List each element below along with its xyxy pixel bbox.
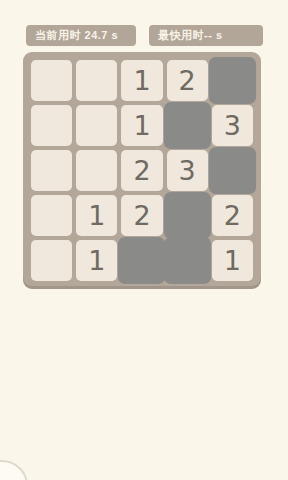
cell-r3c3[interactable]: 2	[121, 150, 162, 191]
cell-r4c4-filled[interactable]	[164, 192, 211, 239]
cell-r2c1[interactable]	[31, 105, 72, 146]
cell-r5c1[interactable]	[31, 240, 72, 281]
cell-r3c2[interactable]	[76, 150, 117, 191]
cell-r4c1[interactable]	[31, 195, 72, 236]
cell-r1c2[interactable]	[76, 60, 117, 101]
cell-r2c4-filled[interactable]	[164, 102, 211, 149]
cell-r5c4-filled[interactable]	[164, 237, 211, 284]
corner-button-partial[interactable]	[0, 460, 28, 480]
puzzle-board-frame: 12132312211	[23, 52, 261, 289]
game-screen: 当前用时 24.7 s 最快用时-- s 12132312211	[0, 0, 288, 480]
cell-r4c2[interactable]: 1	[76, 195, 117, 236]
cell-r4c3[interactable]: 2	[121, 195, 162, 236]
current-time-badge: 当前用时 24.7 s	[26, 25, 136, 46]
cell-r2c5[interactable]: 3	[212, 105, 253, 146]
cell-r1c3[interactable]: 1	[121, 60, 162, 101]
cell-r2c2[interactable]	[76, 105, 117, 146]
cell-r3c5-filled[interactable]	[209, 147, 256, 194]
cell-r1c1[interactable]	[31, 60, 72, 101]
puzzle-board-grid: 12132312211	[31, 60, 253, 281]
cell-r1c4[interactable]: 2	[167, 60, 208, 101]
cell-r5c2[interactable]: 1	[76, 240, 117, 281]
cell-r1c5-filled[interactable]	[209, 57, 256, 104]
cell-r4c5[interactable]: 2	[212, 195, 253, 236]
cell-r5c5[interactable]: 1	[212, 240, 253, 281]
current-time-text: 当前用时 24.7 s	[35, 28, 118, 43]
cell-r5c3-filled[interactable]	[118, 237, 165, 284]
best-time-badge: 最快用时-- s	[149, 25, 263, 46]
cell-r3c4[interactable]: 3	[167, 150, 208, 191]
cell-r3c1[interactable]	[31, 150, 72, 191]
cell-r2c3[interactable]: 1	[121, 105, 162, 146]
best-time-text: 最快用时-- s	[158, 28, 223, 43]
